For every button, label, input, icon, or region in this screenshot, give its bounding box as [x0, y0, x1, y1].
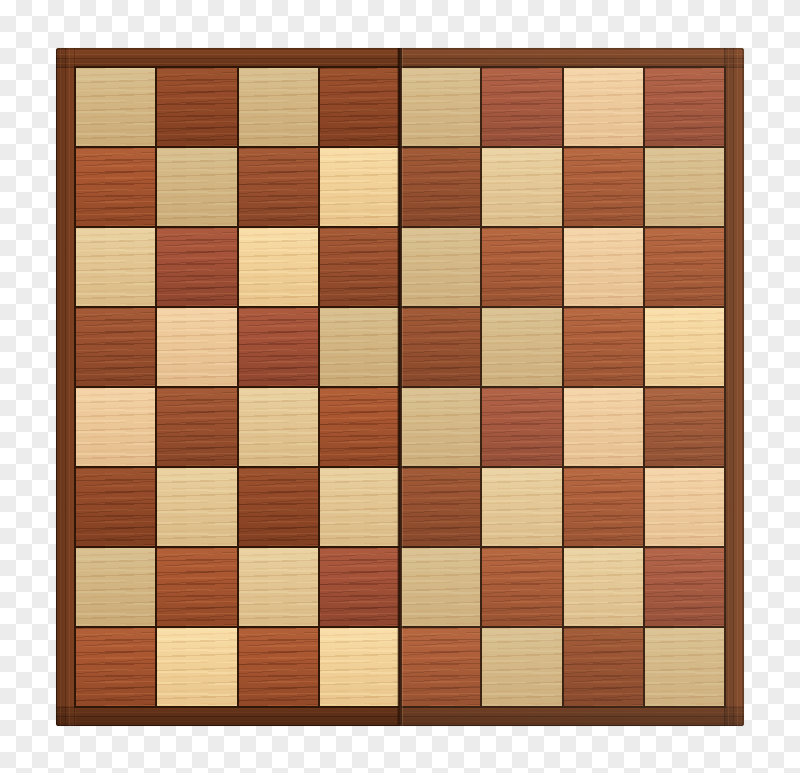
square-a2[interactable] [76, 548, 155, 626]
square-a4[interactable] [76, 388, 155, 466]
square-d3[interactable] [320, 468, 399, 546]
square-e5[interactable] [401, 308, 480, 386]
board-frame-top [56, 48, 744, 68]
square-g8[interactable] [564, 68, 643, 146]
square-c3[interactable] [239, 468, 318, 546]
square-f5[interactable] [482, 308, 561, 386]
square-a7[interactable] [76, 148, 155, 226]
square-b2[interactable] [157, 548, 236, 626]
square-g1[interactable] [564, 628, 643, 706]
square-h1[interactable] [645, 628, 724, 706]
square-f1[interactable] [482, 628, 561, 706]
square-d7[interactable] [320, 148, 399, 226]
square-h8[interactable] [645, 68, 724, 146]
square-f2[interactable] [482, 548, 561, 626]
square-g2[interactable] [564, 548, 643, 626]
square-a1[interactable] [76, 628, 155, 706]
square-c6[interactable] [239, 228, 318, 306]
square-h4[interactable] [645, 388, 724, 466]
square-g6[interactable] [564, 228, 643, 306]
square-f8[interactable] [482, 68, 561, 146]
square-e8[interactable] [401, 68, 480, 146]
square-b7[interactable] [157, 148, 236, 226]
square-d5[interactable] [320, 308, 399, 386]
square-e2[interactable] [401, 548, 480, 626]
square-a5[interactable] [76, 308, 155, 386]
square-h7[interactable] [645, 148, 724, 226]
transparent-background [0, 0, 800, 773]
square-b1[interactable] [157, 628, 236, 706]
board-frame-left [56, 48, 76, 726]
square-b8[interactable] [157, 68, 236, 146]
square-c8[interactable] [239, 68, 318, 146]
square-g3[interactable] [564, 468, 643, 546]
square-b6[interactable] [157, 228, 236, 306]
square-d6[interactable] [320, 228, 399, 306]
square-g4[interactable] [564, 388, 643, 466]
square-c7[interactable] [239, 148, 318, 226]
square-e4[interactable] [401, 388, 480, 466]
square-f7[interactable] [482, 148, 561, 226]
square-e3[interactable] [401, 468, 480, 546]
square-f3[interactable] [482, 468, 561, 546]
square-h6[interactable] [645, 228, 724, 306]
square-d8[interactable] [320, 68, 399, 146]
square-e1[interactable] [401, 628, 480, 706]
square-a6[interactable] [76, 228, 155, 306]
square-c4[interactable] [239, 388, 318, 466]
square-c5[interactable] [239, 308, 318, 386]
square-e6[interactable] [401, 228, 480, 306]
square-d4[interactable] [320, 388, 399, 466]
square-h5[interactable] [645, 308, 724, 386]
square-c1[interactable] [239, 628, 318, 706]
square-g5[interactable] [564, 308, 643, 386]
square-a8[interactable] [76, 68, 155, 146]
square-b3[interactable] [157, 468, 236, 546]
square-d2[interactable] [320, 548, 399, 626]
board-frame-right [724, 48, 744, 726]
board-grid [76, 68, 724, 706]
board-frame-bottom [56, 706, 744, 726]
square-a3[interactable] [76, 468, 155, 546]
chessboard [56, 48, 744, 726]
square-g7[interactable] [564, 148, 643, 226]
square-f4[interactable] [482, 388, 561, 466]
square-b5[interactable] [157, 308, 236, 386]
square-f6[interactable] [482, 228, 561, 306]
square-e7[interactable] [401, 148, 480, 226]
square-h2[interactable] [645, 548, 724, 626]
square-h3[interactable] [645, 468, 724, 546]
square-b4[interactable] [157, 388, 236, 466]
square-c2[interactable] [239, 548, 318, 626]
square-d1[interactable] [320, 628, 399, 706]
